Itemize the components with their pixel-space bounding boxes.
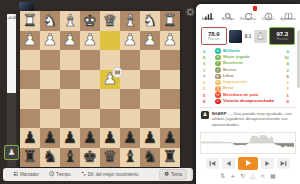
clock-icon <box>49 171 55 178</box>
classification-label: Victoria desaprovechada <box>223 99 279 104</box>
piece-wP[interactable]: ♟ <box>63 32 77 48</box>
black-move-count: 2 <box>279 68 289 73</box>
piece-bP[interactable]: ♟ <box>63 130 77 146</box>
piece-wN[interactable]: ♞ <box>143 13 157 29</box>
tab-aperturas[interactable]: Aperturas <box>278 7 298 26</box>
square-b3[interactable] <box>140 50 160 70</box>
classification-label: Buena <box>223 68 279 73</box>
tab-informe[interactable]: Informe <box>198 7 218 26</box>
piece-bN[interactable]: ♞ <box>43 149 57 165</box>
classification-label: Libro <box>223 74 279 79</box>
square-a6[interactable] <box>160 109 180 129</box>
square-f8[interactable]: ♝ <box>60 148 80 168</box>
tab-label: Detalles <box>262 17 275 21</box>
piece-bP[interactable]: ♟ <box>103 130 117 146</box>
last-move-button[interactable] <box>277 158 290 169</box>
piece-wR[interactable]: ♜ <box>163 13 177 29</box>
black-move-count: 0 <box>279 49 289 54</box>
notification-badge <box>253 6 258 11</box>
square-d6[interactable] <box>100 109 120 129</box>
square-a8[interactable]: ♜ <box>160 148 180 168</box>
square-c7[interactable]: ♟ <box>120 128 140 148</box>
white-player-avatar <box>19 2 34 11</box>
classification-icon: ★ <box>215 55 221 61</box>
game-result: 0-1 <box>245 34 252 39</box>
black-move-count: 16 <box>279 55 289 60</box>
piece-bB[interactable]: ♝ <box>63 149 77 165</box>
toolbar-item-label: Tiempo <box>56 172 71 177</box>
sort-icon <box>81 171 87 178</box>
summary-author: SHARP <box>212 111 227 116</box>
toolbar-item-label: Marcador <box>20 172 39 177</box>
theme-chip-label: Tema <box>171 172 182 177</box>
square-f7[interactable]: ♟ <box>60 128 80 148</box>
classification-row: 7▤Libro8 <box>203 73 293 79</box>
board-settings-gear-icon[interactable] <box>185 3 195 13</box>
square-g4[interactable] <box>40 70 60 90</box>
refresh-icon[interactable]: ↻ <box>240 173 245 179</box>
piece-bB[interactable]: ♝ <box>123 149 137 165</box>
square-c3[interactable] <box>120 50 140 70</box>
play-move-button[interactable] <box>238 157 258 170</box>
upload-icon[interactable]: △ <box>250 173 255 179</box>
white-accuracy-box: 78.9 Precisión <box>201 27 227 45</box>
retry-icon <box>244 7 253 16</box>
square-b8[interactable]: ♞ <box>140 148 160 168</box>
square-f1[interactable]: ♝ <box>60 11 80 31</box>
classification-label: Mejor jugada <box>223 55 279 60</box>
white-move-count: 1 <box>203 68 215 73</box>
black-player-avatar: ♟ <box>4 145 19 160</box>
game-summary: ♟ SHARP — Una partida muy igualada, con … <box>196 110 300 130</box>
square-b1[interactable]: ♞ <box>140 11 160 31</box>
white-move-count: 0 <box>203 80 215 85</box>
square-f5[interactable] <box>60 89 80 109</box>
pawn-avatar-icon: ♟ <box>256 32 264 41</box>
panel-footer-icons: ⇅+↻△<▦ <box>196 171 300 181</box>
pawn-avatar-icon: ♟ <box>7 148 15 157</box>
square-c8[interactable]: ♝ <box>120 148 140 168</box>
square-a3[interactable] <box>160 50 180 70</box>
white-move-count: 0 <box>203 49 215 54</box>
square-b2[interactable]: ♟ <box>140 31 160 51</box>
black-move-count: 1 <box>279 93 289 98</box>
piece-bP[interactable]: ♟ <box>23 130 37 146</box>
share-icon[interactable]: < <box>260 173 265 179</box>
summary-text: SHARP — Una partida muy igualada, con am… <box>212 111 296 128</box>
classification-icon: ▤ <box>215 74 221 80</box>
black-move-count: 8 <box>279 74 289 79</box>
white-move-count: 2 <box>203 86 215 91</box>
square-b6[interactable] <box>140 109 160 129</box>
black-move-count: 2 <box>279 80 289 85</box>
piece-wP[interactable]: ♟ <box>143 32 157 48</box>
piece-wP[interactable]: ♟ <box>163 32 177 48</box>
square-h7[interactable]: ♟ <box>20 128 40 148</box>
evaluation-graph[interactable] <box>200 132 296 154</box>
game-report-panel: InformeAnálisisReintentarDetallesApertur… <box>196 4 300 184</box>
piece-bP[interactable]: ♟ <box>83 130 97 146</box>
square-g5[interactable] <box>40 89 60 109</box>
classification-label: Excelente <box>223 61 279 66</box>
classification-icon: ?? <box>215 92 221 98</box>
square-d1[interactable]: ♛ <box>100 11 120 31</box>
square-d7[interactable]: ♟ <box>100 128 120 148</box>
classification-label: Error <box>223 86 279 91</box>
panel-scrollbar[interactable] <box>297 30 300 88</box>
piece-wP[interactable]: ♟ <box>123 32 137 48</box>
square-b5[interactable] <box>140 89 160 109</box>
next-move-button[interactable] <box>261 158 274 169</box>
classification-icon: ✓ <box>215 67 221 73</box>
classification-icon: ?! <box>215 80 221 86</box>
square-h8[interactable]: ♜ <box>20 148 40 168</box>
square-a5[interactable] <box>160 89 180 109</box>
tab-label: Aperturas <box>280 17 296 21</box>
black-accuracy-label: Precisión <box>276 37 288 41</box>
toolbar-item-dif-del-mejor-movimiento[interactable]: Dif. del mejor movimiento <box>81 171 139 178</box>
classification-label: Imprecisión <box>223 80 279 85</box>
square-h6[interactable] <box>20 109 40 129</box>
square-d4[interactable]: ♟ <box>100 70 120 90</box>
white-move-count: 5 <box>203 93 215 98</box>
square-a7[interactable]: ♟ <box>160 128 180 148</box>
piece-wN[interactable]: ♞ <box>43 13 57 29</box>
tab-label: Análisis <box>222 17 234 21</box>
square-b4[interactable] <box>140 70 160 90</box>
piece-wK[interactable]: ♚ <box>83 13 97 29</box>
chess-analysis-window: +0.08 ♟ ♜♞♝♚♛♝♞♜♟♟♟♟♟♟♟♟♟♟♟♟♟♟♟♟♜♞♝♚♛♝♞♜… <box>0 0 300 184</box>
white-accuracy-label: Precisión <box>208 37 220 41</box>
black-player-avatar-small: ♟ <box>254 30 267 43</box>
square-c2[interactable]: ♟ <box>120 31 140 51</box>
square-g6[interactable] <box>40 109 60 129</box>
piece-bP[interactable]: ♟ <box>163 130 177 146</box>
summary-dash: — <box>228 111 232 116</box>
square-d5[interactable] <box>100 89 120 109</box>
black-accuracy-box: 97.3 Precisión <box>269 27 295 45</box>
square-h1[interactable]: ♜ <box>20 11 40 31</box>
flip-icon[interactable]: ⇅ <box>220 173 225 179</box>
square-c4[interactable] <box>120 70 140 90</box>
square-h3[interactable] <box>20 50 40 70</box>
square-a1[interactable]: ♜ <box>160 11 180 31</box>
square-e6[interactable] <box>80 109 100 129</box>
classification-row: 8★Mejor jugada16 <box>203 54 293 60</box>
piece-wP[interactable]: ♟ <box>83 32 97 48</box>
piece-bP[interactable]: ♟ <box>143 130 157 146</box>
classification-label: Metedura de pata <box>223 93 279 98</box>
square-a2[interactable]: ♟ <box>160 31 180 51</box>
theme-chip[interactable]: Tema <box>159 169 187 181</box>
square-e5[interactable] <box>80 89 100 109</box>
white-move-count: 6 <box>203 61 215 66</box>
coach-avatar-icon: ♟ <box>201 111 209 119</box>
prev-move-button[interactable] <box>222 158 235 169</box>
square-d2[interactable] <box>100 31 120 51</box>
square-h4[interactable] <box>20 70 40 90</box>
square-h5[interactable] <box>20 89 40 109</box>
classification-icon: ! <box>215 61 221 67</box>
tab-label: Informe <box>202 17 214 21</box>
book-move-badge-icon <box>112 67 123 78</box>
first-move-button[interactable] <box>206 158 219 169</box>
classification-label: Brillante <box>223 49 279 54</box>
chess-board[interactable]: ♜♞♝♚♛♝♞♜♟♟♟♟♟♟♟♟♟♟♟♟♟♟♟♟♜♞♝♚♛♝♞♜ <box>20 11 180 167</box>
square-a4[interactable] <box>160 70 180 90</box>
square-g2[interactable]: ♟ <box>40 31 60 51</box>
add-icon[interactable]: + <box>230 173 235 179</box>
piece-bR[interactable]: ♜ <box>163 149 177 165</box>
square-e1[interactable]: ♚ <box>80 11 100 31</box>
white-player-avatar-small <box>229 30 242 43</box>
under-board-toolbar: MarcadorTiempoDif. del mejor movimientoT… <box>3 168 193 181</box>
square-f4[interactable] <box>60 70 80 90</box>
board-icon[interactable]: ▦ <box>270 173 276 179</box>
tab-análisis[interactable]: Análisis <box>218 7 238 26</box>
classification-row: 1✓Buena2 <box>203 67 293 73</box>
piece-bR[interactable]: ♜ <box>23 149 37 165</box>
black-accuracy-value: 97.3 <box>276 31 288 38</box>
analysis-icon <box>224 7 233 16</box>
details-icon <box>264 7 273 16</box>
openings-icon <box>284 7 293 16</box>
white-move-count: 0 <box>203 99 215 104</box>
square-h2[interactable]: ♟ <box>20 31 40 51</box>
piece-wB[interactable]: ♝ <box>63 13 77 29</box>
classification-row: 0✗Victoria desaprovechada0 <box>203 98 293 104</box>
black-move-count: 4 <box>279 61 289 66</box>
evaluation-value: +0.08 <box>7 14 16 20</box>
square-e4[interactable] <box>80 70 100 90</box>
square-e3[interactable] <box>80 50 100 70</box>
square-c1[interactable]: ♝ <box>120 11 140 31</box>
toolbar-item-label: Dif. del mejor movimiento <box>88 172 139 177</box>
classification-icon: ✗ <box>215 99 221 105</box>
piece-wP[interactable]: ♟ <box>23 32 37 48</box>
evaluation-bar-white-section: +0.08 <box>7 14 16 93</box>
square-c5[interactable] <box>120 89 140 109</box>
toolbar-item-marcador[interactable]: Marcador <box>13 171 39 178</box>
square-e8[interactable]: ♚ <box>80 148 100 168</box>
square-e2[interactable]: ♟ <box>80 31 100 51</box>
piece-bP[interactable]: ♟ <box>43 130 57 146</box>
tab-detalles[interactable]: Detalles <box>258 7 278 26</box>
white-accuracy-value: 78.9 <box>208 31 220 38</box>
toolbar-item-tiempo[interactable]: Tiempo <box>49 171 71 178</box>
move-navigation <box>196 155 300 171</box>
piece-bP[interactable]: ♟ <box>123 130 137 146</box>
square-f3[interactable] <box>60 50 80 70</box>
piece-wQ[interactable]: ♛ <box>103 13 117 29</box>
piece-wP[interactable]: ♟ <box>43 32 57 48</box>
tab-label: Reintentar <box>240 17 257 21</box>
white-move-count: 7 <box>203 74 215 79</box>
piece-bK[interactable]: ♚ <box>83 149 97 165</box>
piece-wR[interactable]: ♜ <box>23 13 37 29</box>
piece-bQ[interactable]: ♛ <box>103 149 117 165</box>
players-icon <box>13 171 19 178</box>
square-e7[interactable]: ♟ <box>80 128 100 148</box>
classification-icon: ? <box>215 86 221 92</box>
piece-wB[interactable]: ♝ <box>123 13 137 29</box>
accuracy-row: 78.9 Precisión 0-1 ♟ 97.3 Precisión <box>196 26 300 46</box>
square-f6[interactable] <box>60 109 80 129</box>
report-icon <box>204 7 213 16</box>
square-g8[interactable]: ♞ <box>40 148 60 168</box>
white-move-count: 8 <box>203 55 215 60</box>
divider <box>200 107 296 108</box>
square-b7[interactable]: ♟ <box>140 128 160 148</box>
classification-list: 0!!Brillante08★Mejor jugada166!Excelente… <box>196 46 300 105</box>
square-g7[interactable]: ♟ <box>40 128 60 148</box>
panel-tabs: InformeAnálisisReintentarDetallesApertur… <box>196 4 300 26</box>
classification-icon: !! <box>215 48 221 54</box>
square-f2[interactable]: ♟ <box>60 31 80 51</box>
square-c6[interactable] <box>120 109 140 129</box>
gear-icon <box>164 171 170 178</box>
classification-row: 6!Excelente4 <box>203 61 293 67</box>
black-move-count: 0 <box>279 99 289 104</box>
piece-bN[interactable]: ♞ <box>143 149 157 165</box>
tab-reintentar[interactable]: Reintentar <box>238 7 258 26</box>
square-g1[interactable]: ♞ <box>40 11 60 31</box>
classification-row: 0?!Imprecisión2 <box>203 79 293 85</box>
square-g3[interactable] <box>40 50 60 70</box>
black-move-count: 1 <box>279 86 289 91</box>
square-d8[interactable]: ♛ <box>100 148 120 168</box>
